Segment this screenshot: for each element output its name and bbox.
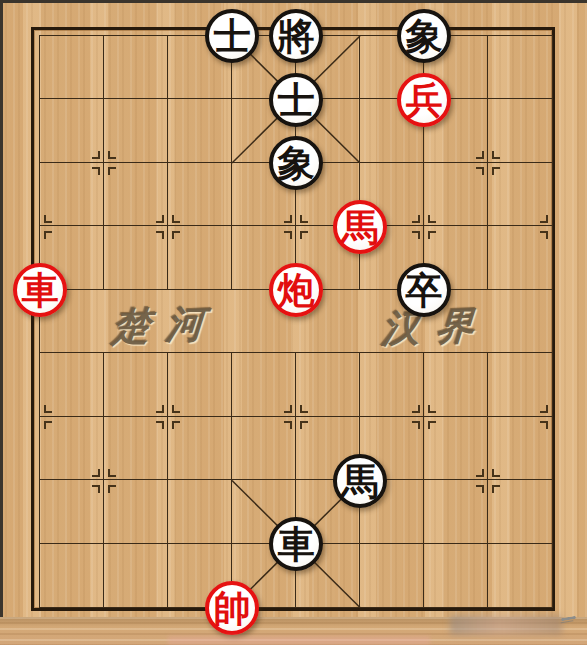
point-marker bbox=[108, 485, 116, 493]
point-marker bbox=[492, 167, 500, 175]
point-marker bbox=[540, 405, 548, 413]
river-label-left: 楚河 bbox=[110, 298, 222, 353]
grid-cell bbox=[104, 36, 168, 100]
point-marker bbox=[108, 151, 116, 159]
piece-black-soldier[interactable]: 卒 bbox=[397, 263, 451, 317]
piece-black-advisor[interactable]: 士 bbox=[205, 9, 259, 63]
point-marker bbox=[300, 215, 308, 223]
xiangqi-board: 楚河 汉界 士將象士兵象馬車炮卒馬車帥 bbox=[0, 0, 587, 645]
point-marker bbox=[108, 469, 116, 477]
piece-black-elephant[interactable]: 象 bbox=[269, 136, 323, 190]
point-marker bbox=[412, 215, 420, 223]
piece-black-advisor[interactable]: 士 bbox=[269, 73, 323, 127]
point-marker bbox=[540, 421, 548, 429]
point-marker bbox=[300, 421, 308, 429]
point-marker bbox=[428, 405, 436, 413]
piece-black-elephant[interactable]: 象 bbox=[397, 9, 451, 63]
point-marker bbox=[284, 421, 292, 429]
point-marker bbox=[172, 215, 180, 223]
point-marker bbox=[476, 167, 484, 175]
piece-red-cannon[interactable]: 炮 bbox=[269, 263, 323, 317]
grid-cell bbox=[40, 36, 104, 100]
point-marker bbox=[476, 485, 484, 493]
piece-black-chariot[interactable]: 車 bbox=[269, 517, 323, 571]
grid-cell bbox=[168, 480, 232, 544]
point-marker bbox=[540, 231, 548, 239]
watermark-tint bbox=[168, 636, 430, 645]
point-marker bbox=[156, 215, 164, 223]
point-marker bbox=[492, 151, 500, 159]
point-marker bbox=[428, 231, 436, 239]
point-marker bbox=[156, 421, 164, 429]
point-marker bbox=[492, 469, 500, 477]
point-marker bbox=[428, 421, 436, 429]
window-left-edge bbox=[0, 0, 3, 645]
grid-cell bbox=[488, 36, 552, 100]
grid-cell bbox=[424, 544, 488, 608]
grid-cell bbox=[488, 290, 552, 354]
grid-cell bbox=[40, 544, 104, 608]
point-marker bbox=[172, 405, 180, 413]
point-marker bbox=[44, 231, 52, 239]
point-marker bbox=[540, 215, 548, 223]
point-marker bbox=[92, 469, 100, 477]
point-marker bbox=[92, 167, 100, 175]
piece-red-chariot[interactable]: 車 bbox=[13, 263, 67, 317]
point-marker bbox=[92, 151, 100, 159]
grid-cell bbox=[360, 544, 424, 608]
piece-red-general[interactable]: 帥 bbox=[205, 581, 259, 635]
grid-cell bbox=[104, 544, 168, 608]
point-marker bbox=[172, 231, 180, 239]
point-marker bbox=[44, 215, 52, 223]
piece-red-horse[interactable]: 馬 bbox=[333, 200, 387, 254]
point-marker bbox=[492, 485, 500, 493]
point-marker bbox=[428, 215, 436, 223]
point-marker bbox=[92, 485, 100, 493]
point-marker bbox=[412, 231, 420, 239]
piece-black-general[interactable]: 將 bbox=[269, 9, 323, 63]
point-marker bbox=[156, 405, 164, 413]
watermark-blur bbox=[450, 615, 562, 635]
piece-black-horse[interactable]: 馬 bbox=[333, 454, 387, 508]
piece-red-soldier[interactable]: 兵 bbox=[397, 73, 451, 127]
window-top-edge bbox=[0, 0, 587, 3]
point-marker bbox=[284, 215, 292, 223]
point-marker bbox=[476, 469, 484, 477]
point-marker bbox=[172, 421, 180, 429]
point-marker bbox=[300, 231, 308, 239]
point-marker bbox=[44, 405, 52, 413]
point-marker bbox=[300, 405, 308, 413]
point-marker bbox=[476, 151, 484, 159]
point-marker bbox=[284, 405, 292, 413]
point-marker bbox=[412, 405, 420, 413]
point-marker bbox=[156, 231, 164, 239]
grid-cell bbox=[488, 544, 552, 608]
point-marker bbox=[44, 421, 52, 429]
point-marker bbox=[412, 421, 420, 429]
grid-cell bbox=[168, 99, 232, 163]
point-marker bbox=[108, 167, 116, 175]
point-marker bbox=[284, 231, 292, 239]
